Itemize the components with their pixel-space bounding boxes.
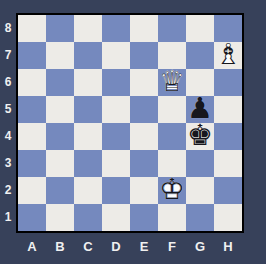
- rank-label-8: 8: [0, 15, 16, 42]
- square-g1[interactable]: [186, 204, 214, 231]
- square-d6[interactable]: [102, 69, 130, 96]
- square-e8[interactable]: [130, 15, 158, 42]
- square-h1[interactable]: [214, 204, 242, 231]
- rank-labels: 87654321: [0, 15, 16, 231]
- square-c2[interactable]: [74, 177, 102, 204]
- square-f6[interactable]: ♛♕: [158, 69, 186, 96]
- square-e1[interactable]: [130, 204, 158, 231]
- square-d2[interactable]: [102, 177, 130, 204]
- white-bishop-piece[interactable]: ♝♗: [214, 42, 242, 69]
- square-g8[interactable]: [186, 15, 214, 42]
- rank-label-5: 5: [0, 96, 16, 123]
- square-b3[interactable]: [46, 150, 74, 177]
- file-label-a: A: [18, 236, 46, 258]
- file-label-h: H: [214, 236, 242, 258]
- square-h3[interactable]: [214, 150, 242, 177]
- square-e3[interactable]: [130, 150, 158, 177]
- square-b7[interactable]: [46, 42, 74, 69]
- black-king-piece[interactable]: ♚: [186, 123, 214, 150]
- file-label-e: E: [130, 236, 158, 258]
- square-a3[interactable]: [18, 150, 46, 177]
- square-e6[interactable]: [130, 69, 158, 96]
- chess-board: ♝♗♛♕♟♚♚♔: [16, 13, 244, 233]
- square-f8[interactable]: [158, 15, 186, 42]
- square-c8[interactable]: [74, 15, 102, 42]
- square-a4[interactable]: [18, 123, 46, 150]
- square-g3[interactable]: [186, 150, 214, 177]
- square-c6[interactable]: [74, 69, 102, 96]
- square-c3[interactable]: [74, 150, 102, 177]
- white-queen-icon: ♕: [158, 67, 186, 96]
- white-king-icon: ♔: [158, 175, 186, 204]
- file-label-d: D: [102, 236, 130, 258]
- square-b6[interactable]: [46, 69, 74, 96]
- white-king-piece[interactable]: ♚♔: [158, 177, 186, 204]
- square-a6[interactable]: [18, 69, 46, 96]
- square-g4[interactable]: ♚: [186, 123, 214, 150]
- square-d1[interactable]: [102, 204, 130, 231]
- square-g2[interactable]: [186, 177, 214, 204]
- square-h6[interactable]: [214, 69, 242, 96]
- square-e4[interactable]: [130, 123, 158, 150]
- white-queen-piece[interactable]: ♛♕: [158, 69, 186, 96]
- file-labels: ABCDEFGH: [18, 236, 242, 258]
- square-h2[interactable]: [214, 177, 242, 204]
- square-c7[interactable]: [74, 42, 102, 69]
- square-b5[interactable]: [46, 96, 74, 123]
- square-g7[interactable]: [186, 42, 214, 69]
- square-a7[interactable]: [18, 42, 46, 69]
- square-f4[interactable]: [158, 123, 186, 150]
- square-a8[interactable]: [18, 15, 46, 42]
- square-c4[interactable]: [74, 123, 102, 150]
- rank-label-6: 6: [0, 69, 16, 96]
- file-label-b: B: [46, 236, 74, 258]
- square-b4[interactable]: [46, 123, 74, 150]
- square-b1[interactable]: [46, 204, 74, 231]
- file-label-f: F: [158, 236, 186, 258]
- square-c1[interactable]: [74, 204, 102, 231]
- square-f2[interactable]: ♚♔: [158, 177, 186, 204]
- file-label-c: C: [74, 236, 102, 258]
- square-d8[interactable]: [102, 15, 130, 42]
- square-b2[interactable]: [46, 177, 74, 204]
- square-b8[interactable]: [46, 15, 74, 42]
- square-a5[interactable]: [18, 96, 46, 123]
- rank-label-7: 7: [0, 42, 16, 69]
- rank-label-2: 2: [0, 177, 16, 204]
- square-c5[interactable]: [74, 96, 102, 123]
- square-h4[interactable]: [214, 123, 242, 150]
- square-e2[interactable]: [130, 177, 158, 204]
- square-a1[interactable]: [18, 204, 46, 231]
- square-d7[interactable]: [102, 42, 130, 69]
- square-e5[interactable]: [130, 96, 158, 123]
- white-bishop-icon: ♗: [214, 40, 242, 69]
- rank-label-3: 3: [0, 150, 16, 177]
- rank-label-1: 1: [0, 204, 16, 231]
- square-d5[interactable]: [102, 96, 130, 123]
- square-d4[interactable]: [102, 123, 130, 150]
- square-f5[interactable]: [158, 96, 186, 123]
- file-label-g: G: [186, 236, 214, 258]
- square-a2[interactable]: [18, 177, 46, 204]
- rank-label-4: 4: [0, 123, 16, 150]
- square-f1[interactable]: [158, 204, 186, 231]
- square-h7[interactable]: ♝♗: [214, 42, 242, 69]
- square-h5[interactable]: [214, 96, 242, 123]
- square-e7[interactable]: [130, 42, 158, 69]
- square-d3[interactable]: [102, 150, 130, 177]
- black-king-icon: ♚: [186, 121, 214, 150]
